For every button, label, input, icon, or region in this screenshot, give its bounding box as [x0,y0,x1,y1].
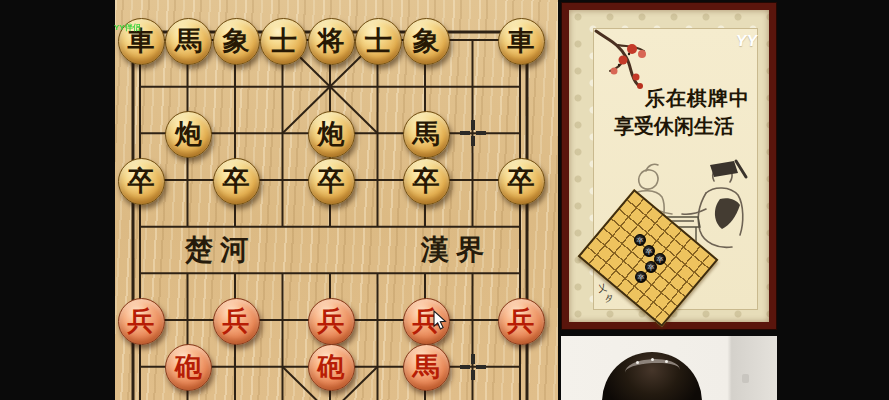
piece-black-soldier[interactable]: 卒 [403,158,450,205]
piece-black-cannon[interactable]: 炮 [308,111,355,158]
mini-board-disc: 卒 [643,245,655,257]
headband-sparkle [665,360,668,363]
mini-board-disc: 卒 [634,234,646,246]
piece-black-soldier[interactable]: 卒 [118,158,165,205]
piece-red-cannon[interactable]: 砲 [165,344,212,391]
piece-red-soldier[interactable]: 兵 [118,298,165,345]
capture-watermark: YY伴侣 [114,22,141,33]
piece-red-soldier[interactable]: 兵 [498,298,545,345]
piece-black-advisor[interactable]: 士 [260,18,307,65]
piece-black-soldier[interactable]: 卒 [308,158,355,205]
poster-calligraphy-line1: 乐在棋牌中 [645,85,750,112]
empty-point-marker [460,354,486,380]
stream-stage: 楚河 漢界 車馬象士将士象車炮炮馬卒卒卒卒卒兵兵兵兵兵砲砲馬 YY伴侣 [0,0,889,400]
piece-black-general[interactable]: 将 [308,18,355,65]
xiangqi-board[interactable]: 楚河 漢界 車馬象士将士象車炮炮馬卒卒卒卒卒兵兵兵兵兵砲砲馬 [115,0,558,400]
piece-red-soldier[interactable]: 兵 [213,298,260,345]
mini-board-disc: 卒 [635,271,647,283]
poster-card: YY 乐在棋牌中 享受休闲生活 [593,28,758,310]
piece-black-chariot[interactable]: 車 [498,18,545,65]
piece-black-soldier[interactable]: 卒 [498,158,545,205]
piece-black-elephant[interactable]: 象 [403,18,450,65]
wall-mark [742,374,749,383]
poster-mat: YY 乐在棋牌中 享受休闲生活 [569,10,769,322]
empty-point-marker [460,120,486,146]
painting-signature-mark-2: 夕 [604,292,614,304]
yy-logo: YY [734,32,758,50]
headband-sparkle [651,358,654,361]
decorative-poster: YY 乐在棋牌中 享受休闲生活 [561,2,777,330]
piece-black-elephant[interactable]: 象 [213,18,260,65]
poster-calligraphy-line2: 享受休闲生活 [614,113,734,140]
mouse-cursor-icon [433,310,448,331]
piece-black-advisor[interactable]: 士 [355,18,402,65]
mini-board-disc: 卒 [645,261,657,273]
headband-sparkle [636,361,639,364]
piece-red-soldier[interactable]: 兵 [308,298,355,345]
webcam-view [561,336,777,400]
piece-black-soldier[interactable]: 卒 [213,158,260,205]
piece-black-cannon[interactable]: 炮 [165,111,212,158]
river-label-han-jie: 漢界 [421,231,491,269]
piece-black-horse[interactable]: 馬 [403,111,450,158]
river-label-chu-he: 楚河 [185,231,255,269]
piece-black-horse[interactable]: 馬 [165,18,212,65]
piece-red-horse[interactable]: 馬 [403,344,450,391]
piece-red-cannon[interactable]: 砲 [308,344,355,391]
